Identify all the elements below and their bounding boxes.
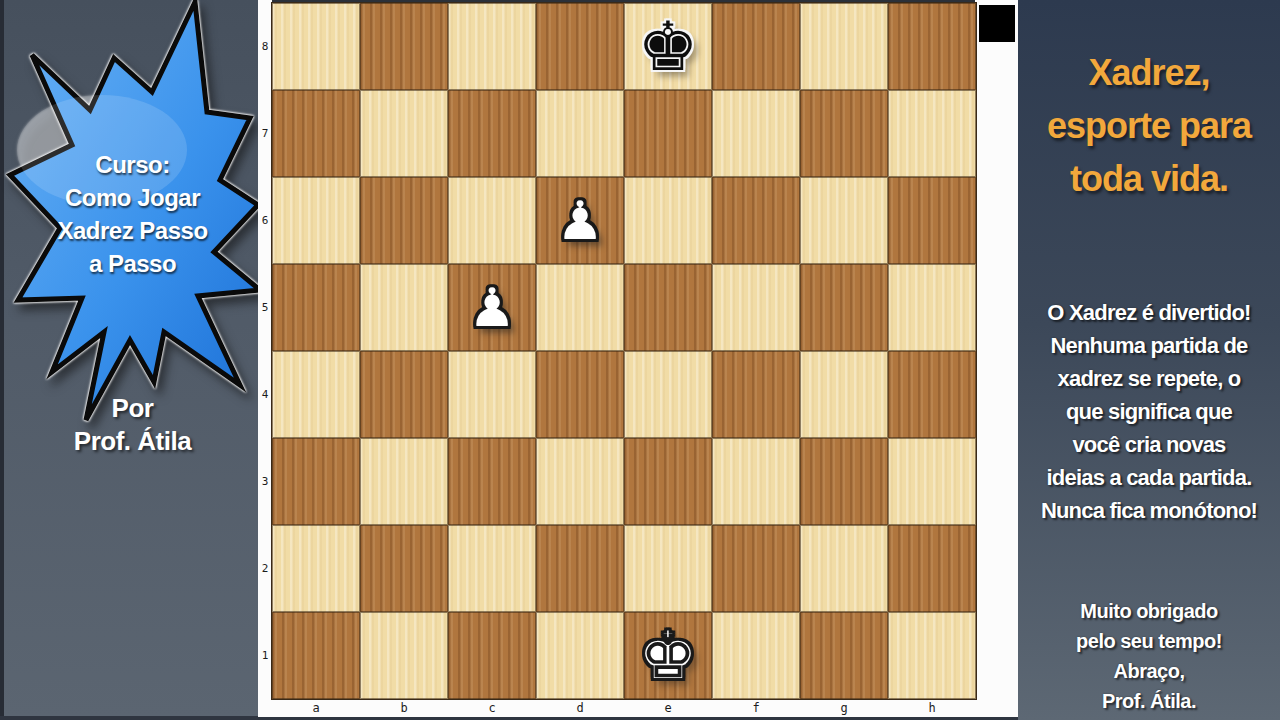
square-h7 [888,90,976,177]
rank-label-8: 8 [258,3,272,90]
rank-label-1: 1 [258,612,272,699]
slide-body-text: O Xadrez é divertido! Nenhuma partida de… [1019,296,1279,527]
body-line: que significa que [1019,395,1279,428]
square-c7 [448,90,536,177]
course-title-line: a Passo [20,247,245,280]
rank-label-2: 2 [258,525,272,612]
square-d3 [536,438,624,525]
square-d7 [536,90,624,177]
square-b6 [360,177,448,264]
square-g2 [800,525,888,612]
file-label-c: c [448,699,536,717]
square-h5 [888,264,976,351]
board-right-margin [975,0,1018,717]
square-e1: ♚ [624,612,712,699]
square-a3 [272,438,360,525]
rank-label-6: 6 [258,177,272,264]
square-g7 [800,90,888,177]
rank-label-7: 7 [258,90,272,177]
square-f7 [712,90,800,177]
file-label-g: g [800,699,888,717]
square-c6 [448,177,536,264]
square-d4 [536,351,624,438]
footer-line: pelo seu tempo! [1022,626,1276,656]
square-e7 [624,90,712,177]
square-b7 [360,90,448,177]
square-d6: ♟ [536,177,624,264]
square-g4 [800,351,888,438]
file-label-h: h [888,699,976,717]
square-f2 [712,525,800,612]
square-c1 [448,612,536,699]
square-g1 [800,612,888,699]
square-c3 [448,438,536,525]
footer-line: Abraço, [1022,656,1276,686]
square-h2 [888,525,976,612]
square-e5 [624,264,712,351]
square-a7 [272,90,360,177]
slide-title-line: toda vida. [1022,152,1276,205]
white-pawn: ♟ [467,280,517,336]
chess-lesson-slide: Curso: Como Jogar Xadrez Passo a Passo P… [0,0,1280,720]
square-a6 [272,177,360,264]
square-h8 [888,3,976,90]
course-title: Curso: Como Jogar Xadrez Passo a Passo [20,148,245,280]
square-f4 [712,351,800,438]
square-a8 [272,3,360,90]
square-c8 [448,3,536,90]
square-c4 [448,351,536,438]
square-h4 [888,351,976,438]
footer-line: Muito obrigado [1022,596,1276,626]
body-line: xadrez se repete, o [1019,362,1279,395]
square-b2 [360,525,448,612]
square-g8 [800,3,888,90]
square-e4 [624,351,712,438]
footer-line: Prof. Átila. [1022,686,1276,716]
square-a4 [272,351,360,438]
body-line: você cria novas [1019,428,1279,461]
square-b3 [360,438,448,525]
square-f6 [712,177,800,264]
slide-footer-text: Muito obrigado pelo seu tempo! Abraço, P… [1022,596,1276,716]
white-king: ♚ [638,622,699,690]
black-king: ♚ [638,13,699,81]
square-h1 [888,612,976,699]
square-e2 [624,525,712,612]
board-frame: ♚♟♟♚ [271,2,977,700]
square-d8 [536,3,624,90]
slide-title: Xadrez, esporte para toda vida. [1022,46,1276,205]
square-b5 [360,264,448,351]
file-label-b: b [360,699,448,717]
file-label-f: f [712,699,800,717]
file-label-d: d [536,699,624,717]
square-g5 [800,264,888,351]
square-a2 [272,525,360,612]
file-label-a: a [272,699,360,717]
chess-board: ♚♟♟♚ [272,3,976,699]
square-g6 [800,177,888,264]
square-h6 [888,177,976,264]
square-f5 [712,264,800,351]
side-to-move-indicator [979,5,1015,42]
square-c2 [448,525,536,612]
author-credit: Por Prof. Átila [20,392,245,458]
body-line: Nenhuma partida de [1019,329,1279,362]
square-e8: ♚ [624,3,712,90]
body-line: O Xadrez é divertido! [1019,296,1279,329]
rank-labels-strip: 87654321 [258,0,272,717]
body-line: ideias a cada partida. [1019,461,1279,494]
rank-label-5: 5 [258,264,272,351]
file-label-e: e [624,699,712,717]
white-pawn: ♟ [555,193,605,249]
square-f3 [712,438,800,525]
square-b1 [360,612,448,699]
course-title-line: Curso: [20,148,245,181]
square-f1 [712,612,800,699]
author-line: Prof. Átila [20,425,245,458]
slide-title-line: esporte para [1022,99,1276,152]
square-d1 [536,612,624,699]
body-line: Nunca fica monótono! [1019,494,1279,527]
square-a1 [272,612,360,699]
square-h3 [888,438,976,525]
rank-label-3: 3 [258,438,272,525]
square-f8 [712,3,800,90]
file-labels-strip: abcdefgh [272,699,975,717]
square-b8 [360,3,448,90]
course-title-line: Como Jogar [20,181,245,214]
course-title-line: Xadrez Passo [20,214,245,247]
slide-title-line: Xadrez, [1022,46,1276,99]
square-d5 [536,264,624,351]
square-e3 [624,438,712,525]
square-d2 [536,525,624,612]
square-g3 [800,438,888,525]
square-e6 [624,177,712,264]
square-b4 [360,351,448,438]
author-line: Por [20,392,245,425]
square-c5: ♟ [448,264,536,351]
rank-label-4: 4 [258,351,272,438]
square-a5 [272,264,360,351]
